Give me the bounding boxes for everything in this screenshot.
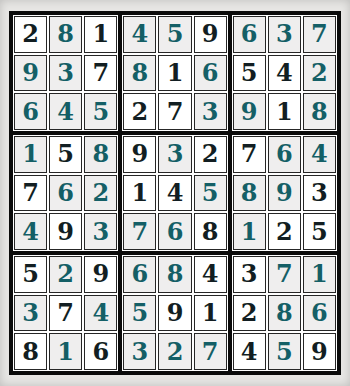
cell-r8c7: 2 bbox=[233, 295, 266, 332]
cell-r9c9: 9 bbox=[303, 333, 336, 370]
cell-r5c1: 7 bbox=[14, 175, 47, 212]
sudoku-box-4: 158762493 bbox=[11, 133, 120, 253]
cell-r8c4: 5 bbox=[123, 295, 156, 332]
cell-r6c6: 8 bbox=[194, 213, 227, 250]
cell-r4c1: 1 bbox=[14, 136, 47, 173]
cell-r7c1: 5 bbox=[14, 256, 47, 293]
cell-r7c9: 1 bbox=[303, 256, 336, 293]
cell-r1c4: 4 bbox=[123, 16, 156, 53]
cell-r7c4: 6 bbox=[123, 256, 156, 293]
cell-r7c6: 4 bbox=[194, 256, 227, 293]
sudoku-box-9: 371286459 bbox=[230, 253, 339, 373]
cell-r7c3: 9 bbox=[84, 256, 117, 293]
cell-r4c8: 6 bbox=[268, 136, 301, 173]
cell-r1c6: 9 bbox=[194, 16, 227, 53]
cell-r3c8: 1 bbox=[268, 93, 301, 130]
cell-r7c5: 8 bbox=[158, 256, 191, 293]
cell-r1c7: 6 bbox=[233, 16, 266, 53]
cell-r6c1: 4 bbox=[14, 213, 47, 250]
cell-r3c7: 9 bbox=[233, 93, 266, 130]
cell-r1c1: 2 bbox=[14, 16, 47, 53]
cell-r2c7: 5 bbox=[233, 55, 266, 92]
cell-r9c3: 6 bbox=[84, 333, 117, 370]
cell-r8c1: 3 bbox=[14, 295, 47, 332]
cell-r2c3: 7 bbox=[84, 55, 117, 92]
cell-r4c5: 3 bbox=[158, 136, 191, 173]
cell-r9c2: 1 bbox=[49, 333, 82, 370]
sudoku-box-5: 932145768 bbox=[120, 133, 229, 253]
cell-r7c2: 2 bbox=[49, 256, 82, 293]
cell-r7c8: 7 bbox=[268, 256, 301, 293]
cell-r9c8: 5 bbox=[268, 333, 301, 370]
sudoku-box-8: 684591327 bbox=[120, 253, 229, 373]
cell-r5c4: 1 bbox=[123, 175, 156, 212]
cell-r1c8: 3 bbox=[268, 16, 301, 53]
cell-r2c9: 2 bbox=[303, 55, 336, 92]
cell-r5c6: 5 bbox=[194, 175, 227, 212]
cell-r1c3: 1 bbox=[84, 16, 117, 53]
cell-r8c9: 6 bbox=[303, 295, 336, 332]
sudoku-board: 281937645 459816273 637542918 158762493 … bbox=[9, 11, 341, 375]
cell-r6c3: 3 bbox=[84, 213, 117, 250]
page-background: 281937645 459816273 637542918 158762493 … bbox=[0, 0, 350, 386]
sudoku-box-3: 637542918 bbox=[230, 13, 339, 133]
cell-r1c5: 5 bbox=[158, 16, 191, 53]
cell-r1c9: 7 bbox=[303, 16, 336, 53]
cell-r4c4: 9 bbox=[123, 136, 156, 173]
cell-r7c7: 3 bbox=[233, 256, 266, 293]
cell-r2c2: 3 bbox=[49, 55, 82, 92]
cell-r4c6: 2 bbox=[194, 136, 227, 173]
cell-r8c6: 1 bbox=[194, 295, 227, 332]
cell-r5c2: 6 bbox=[49, 175, 82, 212]
cell-r2c5: 1 bbox=[158, 55, 191, 92]
cell-r3c4: 2 bbox=[123, 93, 156, 130]
cell-r9c5: 2 bbox=[158, 333, 191, 370]
cell-r3c5: 7 bbox=[158, 93, 191, 130]
cell-r3c6: 3 bbox=[194, 93, 227, 130]
sudoku-box-2: 459816273 bbox=[120, 13, 229, 133]
sudoku-box-7: 529374816 bbox=[11, 253, 120, 373]
sudoku-box-1: 281937645 bbox=[11, 13, 120, 133]
cell-r3c3: 5 bbox=[84, 93, 117, 130]
cell-r4c9: 4 bbox=[303, 136, 336, 173]
sudoku-box-6: 764893125 bbox=[230, 133, 339, 253]
cell-r6c7: 1 bbox=[233, 213, 266, 250]
cell-r5c3: 2 bbox=[84, 175, 117, 212]
cell-r6c2: 9 bbox=[49, 213, 82, 250]
cell-r4c2: 5 bbox=[49, 136, 82, 173]
cell-r8c8: 8 bbox=[268, 295, 301, 332]
cell-r2c1: 9 bbox=[14, 55, 47, 92]
cell-r4c7: 7 bbox=[233, 136, 266, 173]
cell-r8c5: 9 bbox=[158, 295, 191, 332]
cell-r4c3: 8 bbox=[84, 136, 117, 173]
cell-r1c2: 8 bbox=[49, 16, 82, 53]
cell-r2c4: 8 bbox=[123, 55, 156, 92]
cell-r9c7: 4 bbox=[233, 333, 266, 370]
cell-r5c7: 8 bbox=[233, 175, 266, 212]
cell-r6c9: 5 bbox=[303, 213, 336, 250]
cell-r9c6: 7 bbox=[194, 333, 227, 370]
cell-r5c9: 3 bbox=[303, 175, 336, 212]
cell-r2c8: 4 bbox=[268, 55, 301, 92]
cell-r3c2: 4 bbox=[49, 93, 82, 130]
cell-r6c8: 2 bbox=[268, 213, 301, 250]
cell-r8c2: 7 bbox=[49, 295, 82, 332]
cell-r9c4: 3 bbox=[123, 333, 156, 370]
cell-r9c1: 8 bbox=[14, 333, 47, 370]
cell-r6c4: 7 bbox=[123, 213, 156, 250]
cell-r3c9: 8 bbox=[303, 93, 336, 130]
cell-r2c6: 6 bbox=[194, 55, 227, 92]
cell-r3c1: 6 bbox=[14, 93, 47, 130]
cell-r5c5: 4 bbox=[158, 175, 191, 212]
cell-r5c8: 9 bbox=[268, 175, 301, 212]
cell-r8c3: 4 bbox=[84, 295, 117, 332]
cell-r6c5: 6 bbox=[158, 213, 191, 250]
